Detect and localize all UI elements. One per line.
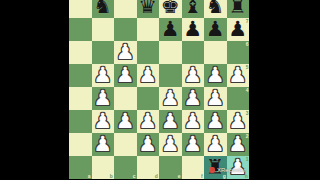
square-h5[interactable]: ♟5 (227, 64, 250, 87)
square-h8[interactable]: ♜8 (227, 0, 250, 18)
white-pawn-piece[interactable]: ♟ (114, 110, 137, 133)
white-pawn-piece[interactable]: ♟ (204, 110, 227, 133)
square-e1[interactable]: e (159, 156, 182, 179)
square-a8[interactable] (69, 0, 92, 18)
square-b3[interactable]: ♟ (92, 110, 115, 133)
square-g5[interactable]: ♟ (204, 64, 227, 87)
square-b1[interactable]: b (92, 156, 115, 179)
black-queen-piece[interactable]: ♛ (137, 0, 160, 18)
square-b7[interactable] (92, 18, 115, 41)
square-g4[interactable]: ♟ (204, 87, 227, 110)
rank-label-4: 4 (245, 88, 248, 93)
square-f2[interactable]: ♟ (182, 133, 205, 156)
chess-board: ♞♛♚♝♞♜8♟♟♟♟7♟6♟♟♟♟♟♟5♟♟♟♟4♟♟♟♟♟♟♟3♟♟♟♟♟♟… (69, 0, 249, 179)
black-bishop-piece[interactable]: ♝ (182, 0, 205, 18)
white-pawn-piece[interactable]: ♟ (137, 110, 160, 133)
square-h6[interactable]: 6 (227, 41, 250, 64)
white-pawn-piece[interactable]: ♟ (114, 41, 137, 64)
white-pawn-piece[interactable]: ♟ (227, 64, 250, 87)
square-h4[interactable]: 4 (227, 87, 250, 110)
square-f7[interactable]: ♟ (182, 18, 205, 41)
square-d8[interactable]: ♛ (137, 0, 160, 18)
file-label-d: d (155, 174, 158, 179)
square-f1[interactable]: f (182, 156, 205, 179)
white-pawn-piece[interactable]: ♟ (227, 133, 250, 156)
square-c7[interactable] (114, 18, 137, 41)
white-pawn-piece[interactable]: ♟ (182, 64, 205, 87)
file-label-e: e (178, 174, 181, 179)
square-d1[interactable]: d (137, 156, 160, 179)
black-rook-piece[interactable]: ♜ (227, 0, 250, 18)
white-pawn-piece[interactable]: ♟ (227, 110, 250, 133)
square-e6[interactable] (159, 41, 182, 64)
square-c3[interactable]: ♟ (114, 110, 137, 133)
square-g8[interactable]: ♞ (204, 0, 227, 18)
square-c2[interactable] (114, 133, 137, 156)
file-label-a: a (88, 174, 91, 179)
square-g2[interactable]: ♟ (204, 133, 227, 156)
white-pawn-piece[interactable]: ♟ (204, 133, 227, 156)
square-f4[interactable]: ♟ (182, 87, 205, 110)
square-h2[interactable]: ♟2 (227, 133, 250, 156)
square-d6[interactable] (137, 41, 160, 64)
square-e5[interactable] (159, 64, 182, 87)
white-pawn-piece[interactable]: ♟ (159, 133, 182, 156)
square-d5[interactable]: ♟ (137, 64, 160, 87)
square-f3[interactable]: ♟ (182, 110, 205, 133)
file-label-f: f (201, 174, 203, 179)
square-b5[interactable]: ♟ (92, 64, 115, 87)
white-pawn-piece[interactable]: ♟ (182, 87, 205, 110)
xrecorder-watermark-label: XRecorder (217, 167, 246, 173)
square-d7[interactable] (137, 18, 160, 41)
square-d4[interactable] (137, 87, 160, 110)
right-letterbox-bar (249, 0, 320, 180)
square-c1[interactable]: c (114, 156, 137, 179)
square-f5[interactable]: ♟ (182, 64, 205, 87)
square-a6[interactable] (69, 41, 92, 64)
black-pawn-piece[interactable]: ♟ (182, 18, 205, 41)
square-a2[interactable] (69, 133, 92, 156)
white-pawn-piece[interactable]: ♟ (204, 87, 227, 110)
white-pawn-piece[interactable]: ♟ (92, 87, 115, 110)
square-e2[interactable]: ♟ (159, 133, 182, 156)
black-pawn-piece[interactable]: ♟ (159, 18, 182, 41)
white-pawn-piece[interactable]: ♟ (92, 64, 115, 87)
white-pawn-piece[interactable]: ♟ (92, 133, 115, 156)
black-knight-piece[interactable]: ♞ (204, 0, 227, 18)
square-c4[interactable] (114, 87, 137, 110)
square-g7[interactable]: ♟ (204, 18, 227, 41)
square-b6[interactable] (92, 41, 115, 64)
white-pawn-piece[interactable]: ♟ (182, 133, 205, 156)
black-pawn-piece[interactable]: ♟ (227, 18, 250, 41)
xrecorder-app-icon (209, 167, 215, 173)
white-pawn-piece[interactable]: ♟ (137, 133, 160, 156)
white-pawn-piece[interactable]: ♟ (159, 87, 182, 110)
square-g6[interactable] (204, 41, 227, 64)
white-pawn-piece[interactable]: ♟ (204, 64, 227, 87)
square-b4[interactable]: ♟ (92, 87, 115, 110)
square-f8[interactable]: ♝ (182, 0, 205, 18)
square-d2[interactable]: ♟ (137, 133, 160, 156)
square-e4[interactable]: ♟ (159, 87, 182, 110)
white-pawn-piece[interactable]: ♟ (137, 64, 160, 87)
square-h3[interactable]: ♟3 (227, 110, 250, 133)
square-b8[interactable]: ♞ (92, 0, 115, 18)
white-pawn-piece[interactable]: ♟ (92, 110, 115, 133)
square-c5[interactable]: ♟ (114, 64, 137, 87)
file-label-b: b (110, 174, 113, 179)
left-letterbox-bar (0, 0, 69, 180)
square-c6[interactable]: ♟ (114, 41, 137, 64)
square-h7[interactable]: ♟7 (227, 18, 250, 41)
white-pawn-piece[interactable]: ♟ (182, 110, 205, 133)
square-d3[interactable]: ♟ (137, 110, 160, 133)
square-g3[interactable]: ♟ (204, 110, 227, 133)
black-pawn-piece[interactable]: ♟ (204, 18, 227, 41)
square-a3[interactable] (69, 110, 92, 133)
rank-label-6: 6 (245, 42, 248, 47)
square-a1[interactable]: a (69, 156, 92, 179)
square-e7[interactable]: ♟ (159, 18, 182, 41)
white-pawn-piece[interactable]: ♟ (114, 64, 137, 87)
video-frame: ♞♛♚♝♞♜8♟♟♟♟7♟6♟♟♟♟♟♟5♟♟♟♟4♟♟♟♟♟♟♟3♟♟♟♟♟♟… (0, 0, 320, 180)
black-knight-piece[interactable]: ♞ (92, 0, 115, 18)
square-e3[interactable]: ♟ (159, 110, 182, 133)
square-c8[interactable] (114, 0, 137, 18)
square-e8[interactable]: ♚ (159, 0, 182, 18)
white-pawn-piece[interactable]: ♟ (159, 110, 182, 133)
file-label-c: c (133, 174, 136, 179)
square-f6[interactable] (182, 41, 205, 64)
square-a4[interactable] (69, 87, 92, 110)
black-king-piece[interactable]: ♚ (159, 0, 182, 18)
square-a7[interactable] (69, 18, 92, 41)
square-a5[interactable] (69, 64, 92, 87)
square-b2[interactable]: ♟ (92, 133, 115, 156)
